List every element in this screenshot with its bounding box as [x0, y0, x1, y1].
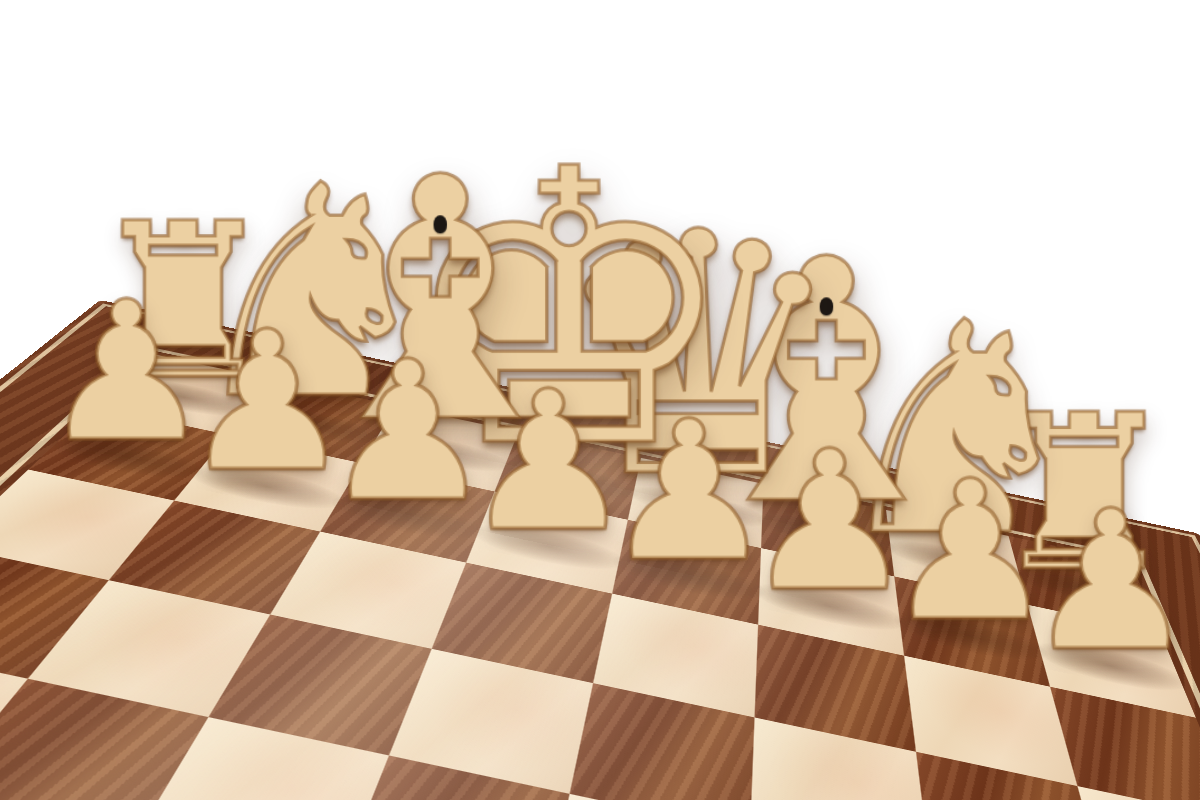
- chess-board: ♜♞♝♛♚♝♞♜♟♟♟♟♟♟♟♟: [0, 300, 1199, 800]
- board-3d-surface: ♜♞♝♛♚♝♞♜♟♟♟♟♟♟♟♟: [0, 300, 1200, 800]
- white-pawn-glyph: ♟: [40, 275, 213, 467]
- scene: ♜♞♝♛♚♝♞♜♟♟♟♟♟♟♟♟: [0, 0, 1200, 800]
